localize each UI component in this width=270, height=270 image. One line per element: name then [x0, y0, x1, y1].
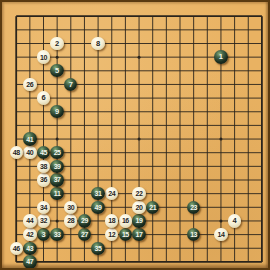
- white-stone-42[interactable]: 42: [23, 228, 36, 241]
- black-stone-47[interactable]: 47: [23, 255, 36, 268]
- move-number: 33: [54, 231, 61, 238]
- star-point: [138, 138, 141, 141]
- move-number: 4: [233, 217, 237, 225]
- black-stone-35[interactable]: 35: [91, 242, 104, 255]
- move-number: 38: [40, 163, 47, 170]
- white-stone-32[interactable]: 32: [37, 214, 50, 227]
- move-number: 45: [40, 149, 47, 156]
- move-number: 26: [26, 81, 33, 88]
- move-number: 46: [13, 245, 20, 252]
- move-number: 6: [41, 94, 45, 102]
- move-number: 5: [55, 67, 59, 75]
- move-number: 22: [136, 190, 143, 197]
- move-number: 8: [96, 40, 100, 48]
- move-number: 16: [122, 217, 129, 224]
- move-number: 47: [26, 258, 33, 265]
- move-number: 17: [136, 231, 143, 238]
- white-stone-38[interactable]: 38: [37, 160, 50, 173]
- star-point: [219, 138, 222, 141]
- black-stone-17[interactable]: 17: [132, 228, 145, 241]
- black-stone-39[interactable]: 39: [50, 160, 63, 173]
- white-stone-34[interactable]: 34: [37, 201, 50, 214]
- black-stone-11[interactable]: 11: [50, 187, 63, 200]
- black-stone-41[interactable]: 41: [23, 132, 36, 145]
- white-stone-36[interactable]: 36: [37, 173, 50, 186]
- white-stone-2[interactable]: 2: [50, 37, 63, 50]
- black-stone-33[interactable]: 33: [50, 228, 63, 241]
- move-number: 35: [95, 245, 102, 252]
- move-number: 29: [81, 217, 88, 224]
- move-number: 15: [122, 231, 129, 238]
- move-number: 39: [54, 163, 61, 170]
- star-point: [56, 138, 59, 141]
- move-number: 37: [54, 176, 61, 183]
- move-number: 11: [54, 190, 61, 197]
- move-number: 28: [67, 217, 74, 224]
- white-stone-22[interactable]: 22: [132, 187, 145, 200]
- move-number: 7: [69, 80, 73, 88]
- move-number: 20: [136, 204, 143, 211]
- move-number: 49: [95, 204, 102, 211]
- move-number: 24: [108, 190, 115, 197]
- move-number: 14: [217, 231, 224, 238]
- black-stone-19[interactable]: 19: [132, 214, 145, 227]
- white-stone-26[interactable]: 26: [23, 78, 36, 91]
- move-number: 36: [40, 176, 47, 183]
- move-number: 12: [108, 231, 115, 238]
- black-stone-31[interactable]: 31: [91, 187, 104, 200]
- star-point: [138, 56, 141, 59]
- move-number: 1: [219, 53, 223, 61]
- star-point: [56, 219, 59, 222]
- move-number: 43: [26, 245, 33, 252]
- move-number: 41: [26, 135, 33, 142]
- move-number: 42: [26, 231, 33, 238]
- move-number: 44: [26, 217, 33, 224]
- move-number: 25: [54, 149, 61, 156]
- move-number: 9: [55, 108, 59, 116]
- move-number: 3: [41, 231, 45, 239]
- star-point: [56, 56, 59, 59]
- black-stone-37[interactable]: 37: [50, 173, 63, 186]
- move-number: 48: [13, 149, 20, 156]
- move-number: 21: [149, 204, 156, 211]
- white-stone-44[interactable]: 44: [23, 214, 36, 227]
- black-stone-43[interactable]: 43: [23, 242, 36, 255]
- move-number: 31: [95, 190, 102, 197]
- move-number: 2: [55, 40, 59, 48]
- go-board[interactable]: 1234567891011121314151617181920212223242…: [0, 0, 270, 270]
- white-stone-14[interactable]: 14: [214, 228, 227, 241]
- move-number: 27: [81, 231, 88, 238]
- move-number: 10: [40, 53, 47, 60]
- white-stone-28[interactable]: 28: [64, 214, 77, 227]
- black-stone-29[interactable]: 29: [78, 214, 91, 227]
- white-stone-40[interactable]: 40: [23, 146, 36, 159]
- white-stone-6[interactable]: 6: [37, 91, 50, 104]
- black-stone-1[interactable]: 1: [214, 50, 227, 63]
- move-number: 34: [40, 204, 47, 211]
- star-point: [219, 219, 222, 222]
- move-number: 40: [26, 149, 33, 156]
- white-stone-16[interactable]: 16: [119, 214, 132, 227]
- white-stone-8[interactable]: 8: [91, 37, 104, 50]
- move-number: 32: [40, 217, 47, 224]
- white-stone-4[interactable]: 4: [228, 214, 241, 227]
- move-number: 30: [67, 204, 74, 211]
- white-stone-10[interactable]: 10: [37, 50, 50, 63]
- white-stone-46[interactable]: 46: [10, 242, 23, 255]
- white-stone-18[interactable]: 18: [105, 214, 118, 227]
- black-stone-49[interactable]: 49: [91, 201, 104, 214]
- move-number: 23: [190, 204, 197, 211]
- white-stone-20[interactable]: 20: [132, 201, 145, 214]
- move-number: 13: [190, 231, 197, 238]
- move-number: 19: [136, 217, 143, 224]
- move-number: 18: [108, 217, 115, 224]
